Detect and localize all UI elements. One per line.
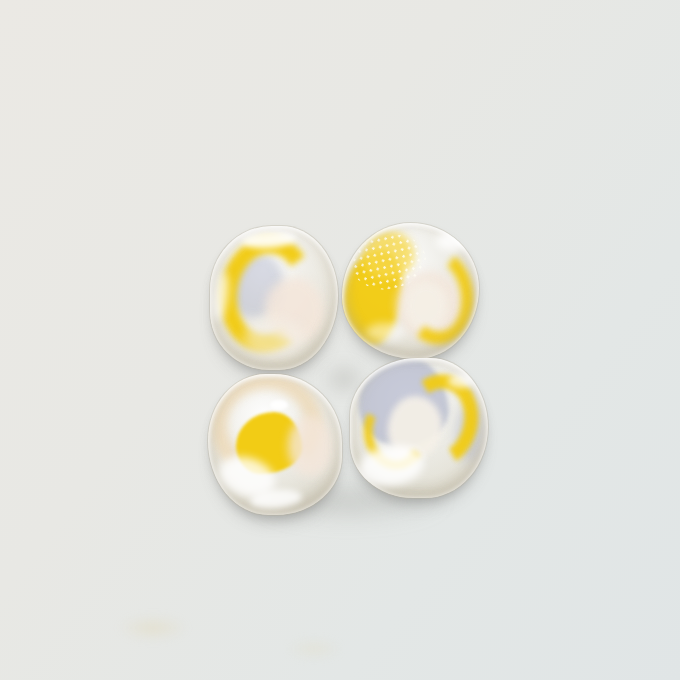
ivory-blush-patch (396, 271, 462, 341)
ivory-blush-patch (288, 416, 332, 476)
specular-highlight (366, 323, 406, 341)
specular-highlight (436, 231, 470, 251)
specular-highlight (249, 487, 303, 510)
yellow-band (342, 246, 407, 348)
seed-bubbles (347, 228, 431, 296)
yellow-crescent (390, 366, 488, 476)
yellow-blob (236, 412, 302, 474)
specular-highlight (211, 271, 232, 320)
white-glaze (244, 318, 306, 360)
yellow-arc (356, 392, 432, 476)
yellow-haze (362, 231, 414, 279)
sparkle-highlight (270, 400, 288, 410)
lavender-shade (456, 404, 484, 462)
bead-top-right (342, 223, 479, 359)
surface-smudge (118, 615, 188, 641)
bead-bottom-right (350, 358, 488, 498)
specular-highlight (242, 230, 297, 250)
photo-backdrop (0, 0, 680, 680)
surface-smudge (286, 638, 342, 660)
cream-swirl (208, 374, 326, 482)
white-core (404, 281, 448, 331)
bead-top-left (210, 226, 338, 370)
specular-highlight (448, 374, 474, 388)
ivory-blush-patch (260, 273, 330, 348)
lavender-patch (226, 254, 284, 318)
bead-bottom-left (208, 374, 342, 515)
yellow-crescent (390, 241, 479, 351)
yellow-swirl (212, 230, 321, 358)
white-core (385, 393, 445, 462)
